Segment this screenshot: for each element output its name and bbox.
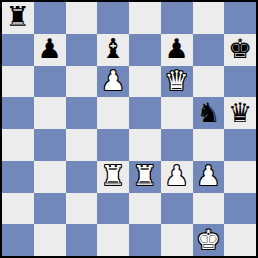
square-h8[interactable]: [224, 2, 256, 34]
square-c3[interactable]: [66, 161, 98, 193]
black-knight-g5[interactable]: ♞: [196, 99, 220, 126]
square-f5[interactable]: [161, 97, 193, 129]
square-d1[interactable]: [97, 224, 129, 256]
square-e5[interactable]: [129, 97, 161, 129]
square-a8[interactable]: ♜: [2, 2, 34, 34]
square-b5[interactable]: [34, 97, 66, 129]
square-a3[interactable]: [2, 161, 34, 193]
square-e7[interactable]: [129, 34, 161, 66]
chess-board: ♜♟♝♟♚♟♛♞♛♜♜♟♟♚: [2, 2, 256, 256]
square-g6[interactable]: [193, 66, 225, 98]
square-e3[interactable]: ♜: [129, 161, 161, 193]
square-e6[interactable]: [129, 66, 161, 98]
square-c1[interactable]: [66, 224, 98, 256]
square-e4[interactable]: [129, 129, 161, 161]
square-e1[interactable]: [129, 224, 161, 256]
square-b7[interactable]: ♟: [34, 34, 66, 66]
square-g2[interactable]: [193, 193, 225, 225]
black-queen-h5[interactable]: ♛: [228, 99, 252, 126]
square-a1[interactable]: [2, 224, 34, 256]
square-c6[interactable]: [66, 66, 98, 98]
square-g3[interactable]: ♟: [193, 161, 225, 193]
square-d7[interactable]: ♝: [97, 34, 129, 66]
square-c7[interactable]: [66, 34, 98, 66]
square-h1[interactable]: [224, 224, 256, 256]
square-g4[interactable]: [193, 129, 225, 161]
black-rook-a8[interactable]: ♜: [6, 3, 30, 30]
white-pawn-g3[interactable]: ♟: [196, 162, 220, 189]
square-h7[interactable]: ♚: [224, 34, 256, 66]
square-b2[interactable]: [34, 193, 66, 225]
square-b8[interactable]: [34, 2, 66, 34]
square-a6[interactable]: [2, 66, 34, 98]
square-d3[interactable]: ♜: [97, 161, 129, 193]
square-g1[interactable]: ♚: [193, 224, 225, 256]
square-f6[interactable]: ♛: [161, 66, 193, 98]
square-f2[interactable]: [161, 193, 193, 225]
square-e8[interactable]: [129, 2, 161, 34]
square-b4[interactable]: [34, 129, 66, 161]
square-g7[interactable]: [193, 34, 225, 66]
square-h3[interactable]: [224, 161, 256, 193]
square-c4[interactable]: [66, 129, 98, 161]
square-f4[interactable]: [161, 129, 193, 161]
square-h2[interactable]: [224, 193, 256, 225]
square-a7[interactable]: [2, 34, 34, 66]
square-d2[interactable]: [97, 193, 129, 225]
black-bishop-d7[interactable]: ♝: [101, 35, 125, 62]
square-d5[interactable]: [97, 97, 129, 129]
square-f1[interactable]: [161, 224, 193, 256]
white-pawn-f3[interactable]: ♟: [165, 162, 189, 189]
white-rook-e3[interactable]: ♜: [133, 162, 157, 189]
square-b1[interactable]: [34, 224, 66, 256]
square-f7[interactable]: ♟: [161, 34, 193, 66]
black-pawn-b7[interactable]: ♟: [38, 35, 62, 62]
square-a4[interactable]: [2, 129, 34, 161]
square-d4[interactable]: [97, 129, 129, 161]
white-king-g1[interactable]: ♚: [196, 226, 220, 253]
black-pawn-f7[interactable]: ♟: [165, 35, 189, 62]
white-queen-f6[interactable]: ♛: [165, 67, 189, 94]
square-a5[interactable]: [2, 97, 34, 129]
square-b3[interactable]: [34, 161, 66, 193]
chess-board-frame: ♜♟♝♟♚♟♛♞♛♜♜♟♟♚: [0, 0, 258, 258]
square-h5[interactable]: ♛: [224, 97, 256, 129]
white-pawn-d6[interactable]: ♟: [101, 67, 125, 94]
square-d8[interactable]: [97, 2, 129, 34]
white-rook-d3[interactable]: ♜: [101, 162, 125, 189]
square-b6[interactable]: [34, 66, 66, 98]
square-c5[interactable]: [66, 97, 98, 129]
square-c8[interactable]: [66, 2, 98, 34]
square-a2[interactable]: [2, 193, 34, 225]
square-g5[interactable]: ♞: [193, 97, 225, 129]
square-e2[interactable]: [129, 193, 161, 225]
square-h4[interactable]: [224, 129, 256, 161]
square-g8[interactable]: [193, 2, 225, 34]
square-f3[interactable]: ♟: [161, 161, 193, 193]
square-f8[interactable]: [161, 2, 193, 34]
square-h6[interactable]: [224, 66, 256, 98]
square-d6[interactable]: ♟: [97, 66, 129, 98]
black-king-h7[interactable]: ♚: [228, 35, 252, 62]
square-c2[interactable]: [66, 193, 98, 225]
